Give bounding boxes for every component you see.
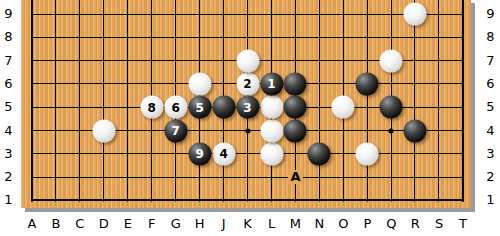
intersection-R2[interactable] — [403, 165, 427, 188]
intersection-C6[interactable] — [68, 72, 92, 95]
row-label-right-1: 1 — [482, 192, 499, 208]
intersection-R8[interactable] — [403, 26, 427, 49]
col-label-O: O — [331, 216, 355, 231]
intersection-J8[interactable] — [212, 26, 236, 49]
intersection-L2[interactable] — [259, 165, 283, 188]
intersection-M7[interactable] — [283, 49, 307, 72]
intersection-G2[interactable] — [164, 165, 188, 188]
intersection-E6[interactable] — [116, 72, 140, 95]
intersection-R5[interactable] — [403, 96, 427, 119]
intersection-K8[interactable] — [235, 26, 259, 49]
star-point-K4 — [245, 128, 250, 133]
intersection-J9[interactable] — [212, 0, 236, 26]
intersection-O3[interactable] — [331, 142, 355, 165]
intersection-N6[interactable] — [307, 72, 331, 95]
stone-black-M4[interactable] — [284, 119, 307, 142]
intersection-A6[interactable] — [21, 72, 44, 95]
stone-white-O5[interactable] — [332, 96, 355, 119]
intersection-F6[interactable] — [140, 72, 164, 95]
intersection-H8[interactable] — [188, 26, 212, 49]
intersection-O1[interactable] — [331, 189, 355, 208]
board-shadow-right — [471, 3, 475, 212]
intersection-Q6[interactable] — [379, 72, 403, 95]
intersection-T7[interactable] — [451, 49, 471, 72]
intersection-Q8[interactable] — [379, 26, 403, 49]
intersection-B8[interactable] — [44, 26, 68, 49]
annotation-A-M2: A — [288, 170, 302, 184]
intersection-F3[interactable] — [140, 142, 164, 165]
intersection-C9[interactable] — [68, 0, 92, 26]
intersection-S8[interactable] — [427, 26, 451, 49]
intersection-B9[interactable] — [44, 0, 68, 26]
intersection-P9[interactable] — [355, 0, 379, 26]
intersection-D1[interactable] — [92, 189, 116, 208]
intersection-L1[interactable] — [259, 189, 283, 208]
intersection-B3[interactable] — [44, 142, 68, 165]
intersection-A9[interactable] — [21, 0, 44, 26]
intersection-S6[interactable] — [427, 72, 451, 95]
intersection-S3[interactable] — [427, 142, 451, 165]
stone-black-J5[interactable] — [212, 96, 235, 119]
stone-black-R4[interactable] — [404, 119, 427, 142]
row-label-left-8: 8 — [0, 29, 17, 45]
intersection-S7[interactable] — [427, 49, 451, 72]
intersection-O2[interactable] — [331, 165, 355, 188]
stone-white-R9[interactable] — [404, 3, 427, 26]
stone-white-L5[interactable] — [260, 96, 283, 119]
stone-white-P3[interactable] — [356, 142, 379, 165]
intersection-C1[interactable] — [68, 189, 92, 208]
intersection-S4[interactable] — [427, 119, 451, 142]
intersection-E1[interactable] — [116, 189, 140, 208]
intersection-D8[interactable] — [92, 26, 116, 49]
intersection-F1[interactable] — [140, 189, 164, 208]
intersection-L9[interactable] — [259, 0, 283, 26]
intersection-C8[interactable] — [68, 26, 92, 49]
row-label-left-9: 9 — [0, 6, 17, 22]
intersection-M3[interactable] — [283, 142, 307, 165]
intersection-A7[interactable] — [21, 49, 44, 72]
stone-white-L3[interactable] — [260, 142, 283, 165]
intersection-H2[interactable] — [188, 165, 212, 188]
row-label-right-3: 3 — [482, 146, 499, 162]
intersection-A3[interactable] — [21, 142, 44, 165]
intersection-G3[interactable] — [164, 142, 188, 165]
intersection-B6[interactable] — [44, 72, 68, 95]
col-label-H: H — [188, 216, 212, 231]
intersection-O6[interactable] — [331, 72, 355, 95]
col-label-E: E — [116, 216, 140, 231]
row-label-left-2: 2 — [0, 169, 17, 185]
intersection-M1[interactable] — [283, 189, 307, 208]
intersection-E5[interactable] — [116, 96, 140, 119]
col-label-N: N — [307, 216, 331, 231]
row-label-left-3: 3 — [0, 146, 17, 162]
stone-black-K5-move3[interactable]: 3 — [236, 96, 259, 119]
intersection-N9[interactable] — [307, 0, 331, 26]
col-label-J: J — [212, 216, 236, 231]
intersection-D5[interactable] — [92, 96, 116, 119]
move-number: 4 — [219, 148, 227, 160]
intersection-B4[interactable] — [44, 119, 68, 142]
intersection-T4[interactable] — [451, 119, 471, 142]
col-label-K: K — [236, 216, 260, 231]
col-label-P: P — [355, 216, 379, 231]
intersection-N2[interactable] — [307, 165, 331, 188]
col-label-R: R — [403, 216, 427, 231]
intersection-N4[interactable] — [307, 119, 331, 142]
stone-black-M6[interactable] — [284, 72, 307, 95]
intersection-B2[interactable] — [44, 165, 68, 188]
intersection-T8[interactable] — [451, 26, 471, 49]
intersection-C2[interactable] — [68, 165, 92, 188]
intersection-K1[interactable] — [235, 189, 259, 208]
move-number: 9 — [195, 148, 203, 160]
intersection-L7[interactable] — [259, 49, 283, 72]
intersection-M8[interactable] — [283, 26, 307, 49]
intersection-H4[interactable] — [188, 119, 212, 142]
intersection-K9[interactable] — [235, 0, 259, 26]
intersection-B1[interactable] — [44, 189, 68, 208]
move-number: 2 — [243, 78, 251, 90]
intersection-E8[interactable] — [116, 26, 140, 49]
intersection-J4[interactable] — [212, 119, 236, 142]
stone-white-H6[interactable] — [188, 72, 211, 95]
intersection-N1[interactable] — [307, 189, 331, 208]
intersection-O8[interactable] — [331, 26, 355, 49]
intersection-T6[interactable] — [451, 72, 471, 95]
intersection-J2[interactable] — [212, 165, 236, 188]
intersection-R1[interactable] — [403, 189, 427, 208]
stone-black-G4-move7[interactable]: 7 — [164, 119, 187, 142]
stone-black-H3-move9[interactable]: 9 — [188, 142, 211, 165]
intersection-J7[interactable] — [212, 49, 236, 72]
row-label-left-7: 7 — [0, 53, 17, 69]
intersection-G7[interactable] — [164, 49, 188, 72]
intersection-D3[interactable] — [92, 142, 116, 165]
row-label-left-5: 5 — [0, 99, 17, 115]
stone-white-F5-move8[interactable]: 8 — [140, 96, 163, 119]
intersection-E2[interactable] — [116, 165, 140, 188]
intersection-D9[interactable] — [92, 0, 116, 26]
intersection-L8[interactable] — [259, 26, 283, 49]
intersection-M9[interactable] — [283, 0, 307, 26]
intersection-T2[interactable] — [451, 165, 471, 188]
stone-white-Q7[interactable] — [380, 49, 403, 72]
intersection-D2[interactable] — [92, 165, 116, 188]
intersection-Q9[interactable] — [379, 0, 403, 26]
intersection-H1[interactable] — [188, 189, 212, 208]
intersection-P1[interactable] — [355, 189, 379, 208]
go-diagram: 864279531A 998877665544332211ABCDEFGHJKL… — [0, 0, 500, 236]
row-label-right-2: 2 — [482, 169, 499, 185]
stone-black-L6-move1[interactable]: 1 — [260, 72, 283, 95]
move-number: 5 — [195, 101, 203, 113]
col-label-L: L — [260, 216, 284, 231]
go-board[interactable]: 864279531A — [21, 0, 471, 208]
col-label-A: A — [20, 216, 44, 231]
intersection-T5[interactable] — [451, 96, 471, 119]
move-number: 1 — [267, 78, 275, 90]
intersection-P4[interactable] — [355, 119, 379, 142]
intersection-F4[interactable] — [140, 119, 164, 142]
intersection-E7[interactable] — [116, 49, 140, 72]
row-label-right-9: 9 — [482, 6, 499, 22]
intersection-B7[interactable] — [44, 49, 68, 72]
intersection-T1[interactable] — [451, 189, 471, 208]
intersection-H7[interactable] — [188, 49, 212, 72]
stone-white-D4[interactable] — [92, 119, 115, 142]
row-label-left-6: 6 — [0, 76, 17, 92]
intersection-K3[interactable] — [235, 142, 259, 165]
col-label-C: C — [68, 216, 92, 231]
intersection-F2[interactable] — [140, 165, 164, 188]
intersection-A2[interactable] — [21, 165, 44, 188]
intersection-A5[interactable] — [21, 96, 44, 119]
intersection-N8[interactable] — [307, 26, 331, 49]
row-label-right-8: 8 — [482, 29, 499, 45]
intersection-R6[interactable] — [403, 72, 427, 95]
col-label-F: F — [140, 216, 164, 231]
stone-black-M5[interactable] — [284, 96, 307, 119]
intersection-P8[interactable] — [355, 26, 379, 49]
intersection-A1[interactable] — [21, 189, 44, 208]
intersection-N7[interactable] — [307, 49, 331, 72]
intersection-E4[interactable] — [116, 119, 140, 142]
intersection-S2[interactable] — [427, 165, 451, 188]
row-label-right-5: 5 — [482, 99, 499, 115]
intersection-T9[interactable] — [451, 0, 471, 26]
col-label-G: G — [164, 216, 188, 231]
intersection-P7[interactable] — [355, 49, 379, 72]
intersection-B5[interactable] — [44, 96, 68, 119]
col-label-B: B — [44, 216, 68, 231]
stone-white-J3-move4[interactable]: 4 — [212, 142, 235, 165]
intersection-G1[interactable] — [164, 189, 188, 208]
intersection-R7[interactable] — [403, 49, 427, 72]
intersection-F7[interactable] — [140, 49, 164, 72]
intersection-G6[interactable] — [164, 72, 188, 95]
stone-black-P6[interactable] — [356, 72, 379, 95]
row-label-right-4: 4 — [482, 123, 499, 139]
intersection-G9[interactable] — [164, 0, 188, 26]
intersection-E9[interactable] — [116, 0, 140, 26]
intersection-K2[interactable] — [235, 165, 259, 188]
col-label-D: D — [92, 216, 116, 231]
intersection-D7[interactable] — [92, 49, 116, 72]
intersection-C3[interactable] — [68, 142, 92, 165]
stone-black-N3[interactable] — [308, 142, 331, 165]
intersection-H9[interactable] — [188, 0, 212, 26]
row-label-right-7: 7 — [482, 53, 499, 69]
row-label-right-6: 6 — [482, 76, 499, 92]
star-point-Q4 — [389, 128, 394, 133]
move-number: 6 — [172, 101, 180, 113]
intersection-N5[interactable] — [307, 96, 331, 119]
row-label-left-4: 4 — [0, 123, 17, 139]
intersection-A4[interactable] — [21, 119, 44, 142]
stone-white-G5-move6[interactable]: 6 — [164, 96, 187, 119]
intersection-C4[interactable] — [68, 119, 92, 142]
move-number: 8 — [148, 101, 156, 113]
intersection-F9[interactable] — [140, 0, 164, 26]
board-shadow-bottom — [25, 208, 475, 212]
intersection-R3[interactable] — [403, 142, 427, 165]
move-number: 7 — [172, 125, 180, 137]
intersection-T3[interactable] — [451, 142, 471, 165]
intersection-C5[interactable] — [68, 96, 92, 119]
stone-white-K7[interactable] — [236, 49, 259, 72]
intersection-O7[interactable] — [331, 49, 355, 72]
intersection-Q2[interactable] — [379, 165, 403, 188]
intersection-P2[interactable] — [355, 165, 379, 188]
col-label-T: T — [451, 216, 475, 231]
intersection-E3[interactable] — [116, 142, 140, 165]
intersection-G8[interactable] — [164, 26, 188, 49]
intersection-Q3[interactable] — [379, 142, 403, 165]
intersection-D6[interactable] — [92, 72, 116, 95]
stone-black-Q5[interactable] — [380, 96, 403, 119]
intersection-S9[interactable] — [427, 0, 451, 26]
intersection-F8[interactable] — [140, 26, 164, 49]
intersection-P5[interactable] — [355, 96, 379, 119]
stone-white-K6-move2[interactable]: 2 — [236, 72, 259, 95]
stone-white-L4[interactable] — [260, 119, 283, 142]
stone-black-H5-move5[interactable]: 5 — [188, 96, 211, 119]
intersection-A8[interactable] — [21, 26, 44, 49]
move-number: 3 — [243, 101, 251, 113]
intersection-S5[interactable] — [427, 96, 451, 119]
intersection-O4[interactable] — [331, 119, 355, 142]
row-label-left-1: 1 — [0, 192, 17, 208]
col-label-Q: Q — [379, 216, 403, 231]
col-label-M: M — [283, 216, 307, 231]
intersection-J1[interactable] — [212, 189, 236, 208]
intersection-J6[interactable] — [212, 72, 236, 95]
col-label-S: S — [427, 216, 451, 231]
intersection-O9[interactable] — [331, 0, 355, 26]
intersection-C7[interactable] — [68, 49, 92, 72]
intersection-Q1[interactable] — [379, 189, 403, 208]
intersection-S1[interactable] — [427, 189, 451, 208]
